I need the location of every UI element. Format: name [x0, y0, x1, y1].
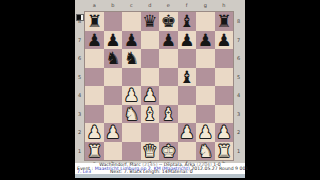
square-g8[interactable] [196, 12, 215, 31]
square-a7[interactable]: ♟ [85, 31, 104, 50]
square-d2[interactable] [141, 123, 160, 142]
piece-black-bishop[interactable]: ♝ [179, 68, 194, 87]
square-f8[interactable]: ♝ [178, 12, 197, 31]
piece-black-rook[interactable]: ♜ [216, 12, 231, 31]
square-h2[interactable]: ♟ [215, 123, 234, 142]
file-label-c: c [122, 1, 141, 10]
square-b5[interactable] [104, 68, 123, 87]
file-label-b: b [104, 1, 123, 10]
rank-labels-right: 87654321 [234, 12, 243, 160]
file-label-f: f [178, 1, 197, 10]
square-c4[interactable]: ♟ [122, 86, 141, 105]
square-f2[interactable]: ♟ [178, 123, 197, 142]
piece-white-queen[interactable]: ♛ [142, 142, 157, 161]
square-d7[interactable] [141, 31, 160, 50]
square-a8[interactable]: ♜ [85, 12, 104, 31]
square-e5[interactable] [159, 68, 178, 87]
rank-label-5: 5 [234, 68, 243, 87]
square-c2[interactable] [122, 123, 141, 142]
square-a6[interactable] [85, 49, 104, 68]
piece-black-pawn[interactable]: ♟ [161, 31, 176, 50]
file-label-h: h [215, 1, 234, 10]
piece-black-pawn[interactable]: ♟ [216, 31, 231, 50]
square-e8[interactable]: ♚ [159, 12, 178, 31]
square-f7[interactable]: ♟ [178, 31, 197, 50]
rank-label-8: 8 [75, 12, 84, 31]
letterbox-left [0, 0, 75, 180]
square-d1[interactable]: ♛ [141, 142, 160, 161]
square-g2[interactable]: ♟ [196, 123, 215, 142]
square-g5[interactable] [196, 68, 215, 87]
square-b1[interactable] [104, 142, 123, 161]
file-labels-top: abcdefgh [85, 1, 233, 10]
chess-board[interactable]: ♜♛♚♝♜♟♟♟♟♟♟♟♞♞♝♟♟♞♝♝♟♟♟♟♟♜♛♚♞♜ [85, 12, 233, 160]
letterbox-right [245, 0, 320, 180]
square-e4[interactable] [159, 86, 178, 105]
rank-label-3: 3 [75, 105, 84, 124]
piece-black-rook[interactable]: ♜ [87, 12, 102, 31]
square-d5[interactable] [141, 68, 160, 87]
file-label-d: d [141, 1, 160, 10]
square-a2[interactable]: ♟ [85, 123, 104, 142]
game-info-band: Wachendorf, Marc (2145) -- Deptala, Arka… [75, 163, 245, 174]
rank-label-1: 1 [234, 142, 243, 161]
piece-white-knight[interactable]: ♞ [198, 142, 213, 161]
square-d8[interactable]: ♛ [141, 12, 160, 31]
piece-black-knight[interactable]: ♞ [105, 49, 120, 68]
piece-black-pawn[interactable]: ♟ [179, 31, 194, 50]
square-c7[interactable]: ♟ [122, 31, 141, 50]
piece-white-rook[interactable]: ♜ [87, 142, 102, 161]
rank-label-4: 4 [75, 86, 84, 105]
file-label-e: e [159, 1, 178, 10]
square-h6[interactable] [215, 49, 234, 68]
square-c1[interactable] [122, 142, 141, 161]
square-a3[interactable] [85, 105, 104, 124]
piece-white-bishop[interactable]: ♝ [161, 105, 176, 124]
piece-white-pawn[interactable]: ♟ [87, 123, 102, 142]
square-c8[interactable] [122, 12, 141, 31]
square-d4[interactable]: ♟ [141, 86, 160, 105]
square-e6[interactable] [159, 49, 178, 68]
piece-white-rook[interactable]: ♜ [216, 142, 231, 161]
piece-black-pawn[interactable]: ♟ [105, 31, 120, 50]
square-g3[interactable] [196, 105, 215, 124]
rank-label-5: 5 [75, 68, 84, 87]
piece-black-knight[interactable]: ♞ [124, 49, 139, 68]
square-h3[interactable] [215, 105, 234, 124]
piece-white-pawn[interactable]: ♟ [179, 123, 194, 142]
square-b7[interactable]: ♟ [104, 31, 123, 50]
rank-label-6: 6 [75, 49, 84, 68]
piece-black-pawn[interactable]: ♟ [124, 31, 139, 50]
rank-label-8: 8 [234, 12, 243, 31]
square-f5[interactable]: ♝ [178, 68, 197, 87]
square-h5[interactable] [215, 68, 234, 87]
rank-label-7: 7 [234, 31, 243, 50]
rank-label-2: 2 [75, 123, 84, 142]
piece-white-bishop[interactable]: ♝ [142, 105, 157, 124]
square-d6[interactable] [141, 49, 160, 68]
piece-black-queen[interactable]: ♛ [142, 12, 157, 31]
piece-white-knight[interactable]: ♞ [124, 105, 139, 124]
square-g1[interactable]: ♞ [196, 142, 215, 161]
file-label-a: a [85, 1, 104, 10]
piece-black-king[interactable]: ♚ [161, 12, 176, 31]
square-h7[interactable]: ♟ [215, 31, 234, 50]
square-b6[interactable]: ♞ [104, 49, 123, 68]
file-label-g: g [196, 1, 215, 10]
rank-label-3: 3 [234, 105, 243, 124]
video-frame: abcdefgh 87654321 87654321 ♜♛♚♝♜♟♟♟♟♟♟♟♞… [0, 0, 320, 180]
square-b8[interactable] [104, 12, 123, 31]
piece-white-pawn[interactable]: ♟ [198, 123, 213, 142]
square-h4[interactable] [215, 86, 234, 105]
rank-label-4: 4 [234, 86, 243, 105]
rank-label-2: 2 [234, 123, 243, 142]
square-a4[interactable] [85, 86, 104, 105]
square-h1[interactable]: ♜ [215, 142, 234, 161]
footer-strip [75, 174, 245, 178]
square-e2[interactable] [159, 123, 178, 142]
piece-white-pawn[interactable]: ♟ [142, 86, 157, 105]
rank-label-1: 1 [75, 142, 84, 161]
piece-black-pawn[interactable]: ♟ [87, 31, 102, 50]
square-a1[interactable]: ♜ [85, 142, 104, 161]
rank-labels-left: 87654321 [75, 12, 84, 160]
square-b3[interactable] [104, 105, 123, 124]
square-f3[interactable] [178, 105, 197, 124]
rank-label-6: 6 [234, 49, 243, 68]
square-g4[interactable] [196, 86, 215, 105]
square-f6[interactable] [178, 49, 197, 68]
square-c3[interactable]: ♞ [122, 105, 141, 124]
piece-black-pawn[interactable]: ♟ [198, 31, 213, 50]
square-c6[interactable]: ♞ [122, 49, 141, 68]
square-a5[interactable] [85, 68, 104, 87]
chess-gui-view: abcdefgh 87654321 87654321 ♜♛♚♝♜♟♟♟♟♟♟♟♞… [75, 0, 245, 178]
piece-white-pawn[interactable]: ♟ [216, 123, 231, 142]
rank-label-7: 7 [75, 31, 84, 50]
square-e1[interactable]: ♚ [159, 142, 178, 161]
square-f4[interactable] [178, 86, 197, 105]
square-f1[interactable] [178, 142, 197, 161]
square-e7[interactable]: ♟ [159, 31, 178, 50]
piece-white-pawn[interactable]: ♟ [105, 123, 120, 142]
square-e3[interactable]: ♝ [159, 105, 178, 124]
square-g6[interactable] [196, 49, 215, 68]
square-b4[interactable] [104, 86, 123, 105]
square-g7[interactable]: ♟ [196, 31, 215, 50]
piece-white-king[interactable]: ♚ [161, 142, 176, 161]
square-c5[interactable] [122, 68, 141, 87]
square-h8[interactable]: ♜ [215, 12, 234, 31]
square-d3[interactable]: ♝ [141, 105, 160, 124]
piece-white-pawn[interactable]: ♟ [124, 86, 139, 105]
square-b2[interactable]: ♟ [104, 123, 123, 142]
piece-black-bishop[interactable]: ♝ [179, 12, 194, 31]
